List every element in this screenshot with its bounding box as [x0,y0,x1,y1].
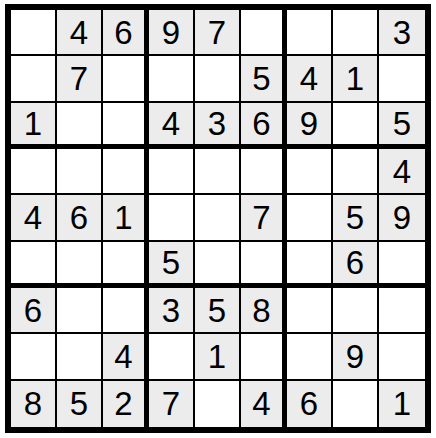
cell-r5c4[interactable] [149,195,195,241]
cell-r8c2[interactable] [57,334,103,380]
cell-r6c4: 5 [149,242,195,288]
cell-r4c3[interactable] [103,149,149,195]
cell-r3c6: 6 [241,103,287,149]
cell-r1c7[interactable] [287,10,333,56]
cell-r2c4[interactable] [149,56,195,102]
cell-r1c5: 7 [195,10,241,56]
cell-r8c9[interactable] [379,334,425,380]
cell-r8c1[interactable] [11,334,57,380]
cell-r2c9[interactable] [379,56,425,102]
cell-r6c5[interactable] [195,242,241,288]
cell-r9c7: 6 [287,381,333,427]
cell-r6c7[interactable] [287,242,333,288]
cell-r7c4: 3 [149,288,195,334]
cell-r7c9[interactable] [379,288,425,334]
cell-r7c7[interactable] [287,288,333,334]
cell-r9c6: 4 [241,381,287,427]
cell-r5c2: 6 [57,195,103,241]
cell-r4c2[interactable] [57,149,103,195]
cell-r1c1[interactable] [11,10,57,56]
cell-r3c4: 4 [149,103,195,149]
cell-r4c1[interactable] [11,149,57,195]
cell-r8c3: 4 [103,334,149,380]
cell-r1c4: 9 [149,10,195,56]
cell-r2c7: 4 [287,56,333,102]
cell-r2c3[interactable] [103,56,149,102]
cell-r9c8[interactable] [333,381,379,427]
cell-r3c5: 3 [195,103,241,149]
cell-r4c5[interactable] [195,149,241,195]
cell-r7c8[interactable] [333,288,379,334]
cell-r4c4[interactable] [149,149,195,195]
cell-r8c8: 9 [333,334,379,380]
cell-r6c6[interactable] [241,242,287,288]
cell-r3c9: 5 [379,103,425,149]
cell-r2c8: 1 [333,56,379,102]
cell-r3c3[interactable] [103,103,149,149]
cell-r9c2: 5 [57,381,103,427]
cell-r2c1[interactable] [11,56,57,102]
cell-r1c2: 4 [57,10,103,56]
cell-r1c9: 3 [379,10,425,56]
cell-r2c2: 7 [57,56,103,102]
cell-r8c5: 1 [195,334,241,380]
cell-r5c3: 1 [103,195,149,241]
cell-r6c1[interactable] [11,242,57,288]
cell-r4c6[interactable] [241,149,287,195]
cell-r8c6[interactable] [241,334,287,380]
cell-r5c6: 7 [241,195,287,241]
cell-r3c1: 1 [11,103,57,149]
cell-r5c7[interactable] [287,195,333,241]
cell-r9c5[interactable] [195,381,241,427]
cell-r6c8: 6 [333,242,379,288]
cell-r5c5[interactable] [195,195,241,241]
cell-r7c1: 6 [11,288,57,334]
cell-r9c9: 1 [379,381,425,427]
cell-r7c6: 8 [241,288,287,334]
cell-r3c8[interactable] [333,103,379,149]
sudoku-board: 46973754114369544617595663584198527461 [5,4,431,433]
cell-r3c2[interactable] [57,103,103,149]
cell-r3c7: 9 [287,103,333,149]
cell-r6c2[interactable] [57,242,103,288]
cell-r1c6[interactable] [241,10,287,56]
cell-r9c1: 8 [11,381,57,427]
cell-r2c5[interactable] [195,56,241,102]
cell-r7c2[interactable] [57,288,103,334]
cell-r5c8: 5 [333,195,379,241]
cell-r6c9[interactable] [379,242,425,288]
cell-r4c7[interactable] [287,149,333,195]
cell-r5c1: 4 [11,195,57,241]
cell-r4c8[interactable] [333,149,379,195]
cell-r8c7[interactable] [287,334,333,380]
cell-r7c3[interactable] [103,288,149,334]
cell-r6c3[interactable] [103,242,149,288]
cell-r1c8[interactable] [333,10,379,56]
cell-r7c5: 5 [195,288,241,334]
cell-r9c3: 2 [103,381,149,427]
cell-r9c4: 7 [149,381,195,427]
cell-r4c9: 4 [379,149,425,195]
cell-r5c9: 9 [379,195,425,241]
cell-r1c3: 6 [103,10,149,56]
cell-r8c4[interactable] [149,334,195,380]
cell-r2c6: 5 [241,56,287,102]
